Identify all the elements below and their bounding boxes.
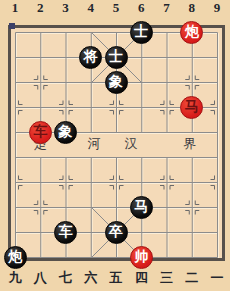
- file-label-bottom-1: 九: [2, 271, 28, 285]
- file-label-top-4: 4: [78, 1, 104, 15]
- piece-black-象[interactable]: 象: [105, 71, 128, 94]
- file-label-top-6: 6: [128, 1, 154, 15]
- piece-red-帅[interactable]: 帅: [130, 246, 153, 269]
- file-label-bottom-5: 五: [103, 271, 129, 285]
- file-label-bottom-8: 二: [179, 271, 205, 285]
- piece-black-炮[interactable]: 炮: [4, 246, 27, 269]
- file-label-top-2: 2: [27, 1, 53, 15]
- file-label-bottom-2: 八: [27, 271, 53, 285]
- piece-black-将[interactable]: 将: [79, 46, 102, 69]
- file-label-top-3: 3: [53, 1, 79, 15]
- river-char: 界: [181, 136, 199, 152]
- file-label-bottom-7: 三: [154, 271, 180, 285]
- river-char: 汉: [122, 136, 140, 152]
- file-label-top-1: 1: [2, 1, 28, 15]
- file-label-top-7: 7: [154, 1, 180, 15]
- piece-black-车[interactable]: 车: [54, 221, 77, 244]
- piece-red-炮[interactable]: 炮: [180, 21, 203, 44]
- piece-black-马[interactable]: 马: [130, 196, 153, 219]
- piece-black-士[interactable]: 士: [130, 21, 153, 44]
- file-label-bottom-9: 一: [204, 271, 230, 285]
- piece-black-卒[interactable]: 卒: [105, 221, 128, 244]
- river-char: 河: [85, 136, 103, 152]
- piece-black-士[interactable]: 士: [105, 46, 128, 69]
- corner-marker: [9, 23, 15, 29]
- file-label-bottom-3: 七: [53, 271, 79, 285]
- file-label-top-9: 9: [204, 1, 230, 15]
- file-label-bottom-4: 六: [78, 271, 104, 285]
- file-label-top-5: 5: [103, 1, 129, 15]
- piece-red-车[interactable]: 车: [29, 121, 52, 144]
- file-label-bottom-6: 四: [128, 271, 154, 285]
- piece-red-马[interactable]: 马: [180, 96, 203, 119]
- xiangqi-board: 123456789九八七六五四三二一 楚河汉界 士炮将士象马车象马车卒炮帅: [0, 0, 230, 291]
- piece-black-象[interactable]: 象: [54, 121, 77, 144]
- file-label-top-8: 8: [179, 1, 205, 15]
